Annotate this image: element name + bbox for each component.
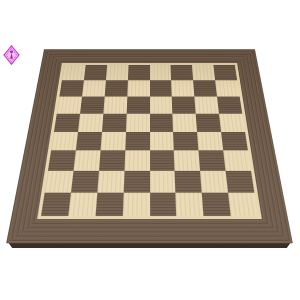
square-f4 (173, 132, 198, 151)
square-c3 (99, 151, 125, 171)
square-d3 (124, 151, 149, 171)
square-a6 (57, 96, 82, 113)
square-c7 (104, 80, 127, 96)
square-a4 (51, 132, 78, 151)
square-d1 (122, 193, 149, 216)
square-h5 (219, 113, 245, 131)
square-b6 (80, 96, 104, 113)
square-b8 (84, 65, 107, 80)
square-f1 (176, 193, 204, 216)
square-a8 (62, 65, 86, 80)
chessboard (6, 49, 293, 243)
square-g3 (199, 151, 226, 171)
square-d2 (123, 171, 149, 193)
pink-diamond-brand-logo-icon (3, 45, 20, 65)
square-h2 (226, 171, 255, 193)
square-h7 (215, 80, 239, 96)
square-a5 (54, 113, 80, 131)
square-b2 (71, 171, 99, 193)
square-b5 (78, 113, 103, 131)
square-e3 (150, 151, 175, 171)
square-e2 (150, 171, 176, 193)
square-f5 (173, 113, 198, 131)
board-frame-bottom (6, 219, 293, 243)
square-f8 (171, 65, 193, 80)
square-g8 (192, 65, 215, 80)
square-f7 (171, 80, 194, 96)
square-c4 (100, 132, 125, 151)
square-e1 (150, 193, 177, 216)
square-d7 (127, 80, 150, 96)
square-c2 (97, 171, 124, 193)
square-f2 (175, 171, 202, 193)
square-e7 (150, 80, 173, 96)
square-g7 (193, 80, 217, 96)
square-c6 (103, 96, 127, 113)
square-e5 (150, 113, 174, 131)
square-e6 (150, 96, 173, 113)
square-f3 (174, 151, 200, 171)
square-d5 (126, 113, 150, 131)
square-c1 (95, 193, 123, 216)
board-frame-top (41, 49, 257, 63)
square-g5 (196, 113, 221, 131)
square-f6 (172, 96, 196, 113)
square-a2 (45, 171, 74, 193)
square-h3 (223, 151, 251, 171)
square-h8 (213, 65, 237, 80)
product-photo-scene (0, 0, 300, 300)
square-d4 (125, 132, 150, 151)
square-b3 (73, 151, 100, 171)
square-a7 (59, 80, 83, 96)
square-b7 (82, 80, 106, 96)
square-b4 (76, 132, 102, 151)
square-d8 (128, 65, 150, 80)
square-e4 (150, 132, 175, 151)
square-h1 (228, 193, 258, 216)
square-a3 (48, 151, 76, 171)
square-h6 (217, 96, 242, 113)
square-e8 (150, 65, 172, 80)
square-h4 (221, 132, 248, 151)
square-a1 (41, 193, 71, 216)
square-g1 (202, 193, 231, 216)
square-d6 (126, 96, 149, 113)
square-c5 (102, 113, 127, 131)
board-squares (41, 65, 258, 216)
square-g2 (200, 171, 228, 193)
square-c8 (106, 65, 128, 80)
square-b1 (68, 193, 97, 216)
square-g4 (197, 132, 223, 151)
square-g6 (195, 96, 219, 113)
